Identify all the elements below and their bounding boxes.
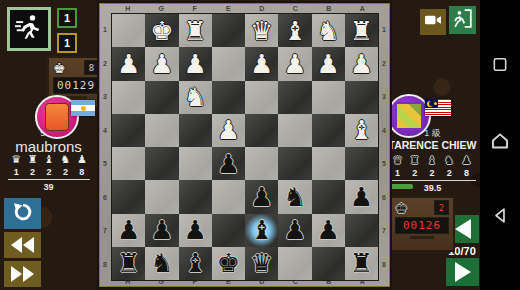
white-pawn-icon: ♟ — [74, 154, 90, 165]
square-d4[interactable] — [245, 114, 278, 147]
recents-button[interactable] — [492, 56, 509, 77]
square-d1[interactable]: ♛ — [245, 14, 278, 47]
square-d5[interactable] — [245, 147, 278, 180]
captured-count: 2 — [24, 167, 40, 177]
white-pawn[interactable]: ♟ — [183, 51, 206, 77]
exit-game-button[interactable] — [449, 6, 476, 34]
white-rook[interactable]: ♜ — [350, 18, 373, 44]
rewind-button[interactable] — [4, 232, 41, 258]
chess-app-screen: HGFEDCBA HGFEDCBA 12345678 12345678 ♚♜♛♝… — [0, 0, 520, 290]
white-pawn[interactable]: ♟ — [150, 51, 173, 77]
black-bishop[interactable]: ♝ — [250, 217, 273, 243]
captured-count: 2 — [441, 168, 458, 178]
divider — [388, 180, 476, 181]
white-pawn[interactable]: ♟ — [217, 117, 240, 143]
square-f6[interactable] — [179, 180, 212, 213]
black-knight[interactable]: ♞ — [150, 250, 173, 276]
white-knight[interactable]: ♞ — [183, 84, 206, 110]
square-a2[interactable]: ♟ — [345, 47, 378, 80]
square-h7[interactable]: ♟ — [112, 214, 145, 247]
square-b6[interactable] — [312, 180, 345, 213]
right-arrow-icon — [455, 262, 471, 282]
fast-forward-button[interactable] — [4, 261, 41, 287]
black-bishop[interactable]: ♝ — [183, 250, 206, 276]
white-knight-icon: ♞ — [57, 154, 73, 165]
black-pawn[interactable]: ♟ — [316, 217, 339, 243]
square-d2[interactable]: ♟ — [245, 47, 278, 80]
square-b4[interactable] — [312, 114, 345, 147]
square-d8[interactable]: ♛ — [245, 247, 278, 280]
avatar-figure — [45, 103, 69, 131]
square-e7[interactable] — [212, 214, 245, 247]
square-a1[interactable]: ♜ — [345, 14, 378, 47]
white-rook-icon: ♜ — [24, 154, 40, 165]
black-pawn[interactable]: ♟ — [283, 217, 306, 243]
black-king[interactable]: ♚ — [217, 250, 240, 276]
white-queen-icon: ♛ — [8, 154, 24, 165]
white-bishop[interactable]: ♝ — [283, 18, 306, 44]
square-e5[interactable]: ♟ — [212, 147, 245, 180]
avatar-pattern — [395, 102, 423, 130]
square-a7[interactable] — [345, 214, 378, 247]
square-h1[interactable] — [112, 14, 145, 47]
back-button[interactable] — [491, 206, 510, 229]
square-d6[interactable]: ♟ — [245, 180, 278, 213]
square-g4[interactable] — [145, 114, 178, 147]
white-knight[interactable]: ♞ — [316, 18, 339, 44]
square-f3[interactable]: ♞ — [179, 81, 212, 114]
white-pawn[interactable]: ♟ — [117, 51, 140, 77]
exit-door-icon — [452, 8, 473, 33]
left-captured-icons: ♛♜♝♞♟ — [8, 154, 90, 165]
square-f2[interactable]: ♟ — [179, 47, 212, 80]
black-bishop-icon: ♝ — [423, 155, 440, 166]
quick-game-button[interactable] — [7, 7, 51, 51]
square-h8[interactable]: ♜ — [112, 247, 145, 280]
double-left-arrow-icon — [11, 237, 22, 253]
rank-labels-left: 12345678 — [100, 13, 110, 281]
black-clock-time: 00126 — [395, 217, 449, 234]
square-f4[interactable] — [179, 114, 212, 147]
square-a8[interactable]: ♜ — [345, 247, 378, 280]
android-nav-bar — [480, 0, 520, 290]
captured-count: 1 — [8, 167, 24, 177]
captured-count: 2 — [406, 168, 423, 178]
home-button[interactable] — [490, 130, 511, 155]
clock-mini-display: 2 — [434, 200, 449, 215]
black-rook[interactable]: ♜ — [117, 250, 140, 276]
square-f7[interactable]: ♟ — [179, 214, 212, 247]
restart-button[interactable] — [4, 198, 41, 229]
malaysia-canton — [425, 99, 438, 108]
double-right-arrow-icon — [11, 266, 22, 282]
black-pawn[interactable]: ♟ — [150, 217, 173, 243]
square-h6[interactable] — [112, 180, 145, 213]
square-g6[interactable] — [145, 180, 178, 213]
clock-button — [410, 236, 435, 239]
wins-counter-yellow: 1 — [57, 33, 77, 53]
black-queen[interactable]: ♛ — [250, 250, 273, 276]
square-g8[interactable]: ♞ — [145, 247, 178, 280]
square-g7[interactable]: ♟ — [145, 214, 178, 247]
next-move-button[interactable] — [446, 258, 479, 286]
white-rook[interactable]: ♜ — [183, 18, 206, 44]
black-rook-icon: ♜ — [406, 155, 423, 166]
black-pawn-icon: ♟ — [458, 155, 475, 166]
square-g1[interactable]: ♚ — [145, 14, 178, 47]
captured-count: 2 — [41, 167, 57, 177]
board-border: HGFEDCBA HGFEDCBA 12345678 12345678 ♚♜♛♝… — [99, 3, 390, 287]
square-b5[interactable] — [312, 147, 345, 180]
square-g5[interactable] — [145, 147, 178, 180]
square-b2[interactable]: ♟ — [312, 47, 345, 80]
square-e3[interactable] — [212, 81, 245, 114]
black-king-icon: ♚ — [395, 201, 408, 215]
square-d7[interactable]: ♝ — [245, 214, 278, 247]
square-c6[interactable]: ♞ — [278, 180, 311, 213]
square-e2[interactable] — [212, 47, 245, 80]
white-pawn[interactable]: ♟ — [250, 51, 273, 77]
divider — [8, 179, 90, 180]
square-a5[interactable] — [345, 147, 378, 180]
square-e4[interactable]: ♟ — [212, 114, 245, 147]
white-queen[interactable]: ♛ — [250, 18, 273, 44]
white-clock-time: 00129 — [53, 77, 99, 94]
black-pawn[interactable]: ♟ — [350, 184, 373, 210]
square-b1[interactable]: ♞ — [312, 14, 345, 47]
black-knight[interactable]: ♞ — [283, 184, 306, 210]
rotate-icon — [12, 201, 34, 227]
square-e8[interactable]: ♚ — [212, 247, 245, 280]
captured-count: 8 — [74, 167, 90, 177]
argentina-flag — [71, 100, 95, 116]
square-g3[interactable] — [145, 81, 178, 114]
black-knight-icon: ♞ — [441, 155, 458, 166]
rank-labels-right: 12345678 — [379, 13, 389, 281]
square-a3[interactable] — [345, 81, 378, 114]
right-captured-counts: 12228 — [389, 168, 475, 178]
white-bishop[interactable]: ♝ — [350, 117, 373, 143]
runner-icon — [15, 13, 43, 45]
square-c3[interactable] — [278, 81, 311, 114]
right-captured-icons: ♛♜♝♞♟ — [389, 155, 475, 166]
square-c7[interactable]: ♟ — [278, 214, 311, 247]
sun-of-may — [81, 106, 86, 111]
square-h2[interactable]: ♟ — [112, 47, 145, 80]
square-f8[interactable]: ♝ — [179, 247, 212, 280]
right-player-name: TARENCE CHIEW — [383, 139, 482, 151]
square-a4[interactable]: ♝ — [345, 114, 378, 147]
square-d3[interactable] — [245, 81, 278, 114]
square-a6[interactable]: ♟ — [345, 180, 378, 213]
captured-count: 8 — [458, 168, 475, 178]
left-captured-counts: 12228 — [8, 167, 90, 177]
square-f1[interactable]: ♜ — [179, 14, 212, 47]
malaysia-flag — [425, 99, 451, 116]
captured-count: 2 — [57, 167, 73, 177]
square-b7[interactable]: ♟ — [312, 214, 345, 247]
left-material-score: 39 — [0, 182, 97, 192]
record-video-button[interactable] — [420, 9, 446, 35]
square-b3[interactable] — [312, 81, 345, 114]
square-e1[interactable] — [212, 14, 245, 47]
black-pawn[interactable]: ♟ — [117, 217, 140, 243]
square-c2[interactable]: ♟ — [278, 47, 311, 80]
square-c4[interactable] — [278, 114, 311, 147]
black-rook[interactable]: ♜ — [350, 250, 373, 276]
square-e6[interactable] — [212, 180, 245, 213]
white-pawn[interactable]: ♟ — [283, 51, 306, 77]
square-h3[interactable] — [112, 81, 145, 114]
square-b8[interactable] — [312, 247, 345, 280]
square-h5[interactable] — [112, 147, 145, 180]
white-king-icon: ♚ — [53, 61, 66, 75]
board-grid[interactable]: ♚♜♛♝♞♜♟♟♟♟♟♟♟♞♟♝♟♟♞♟♟♟♟♝♟♟♜♞♝♚♛♜ — [111, 13, 379, 281]
square-f5[interactable] — [179, 147, 212, 180]
square-c1[interactable]: ♝ — [278, 14, 311, 47]
left-arrow-icon — [455, 219, 471, 239]
black-pawn[interactable]: ♟ — [217, 151, 240, 177]
white-pawn[interactable]: ♟ — [350, 51, 373, 77]
chess-board[interactable]: HGFEDCBA HGFEDCBA 12345678 12345678 ♚♜♛♝… — [97, 1, 392, 289]
black-player-clock: ♚ 2 00126 — [389, 196, 455, 252]
white-bishop-icon: ♝ — [41, 154, 57, 165]
white-king[interactable]: ♚ — [150, 18, 173, 44]
right-material-score: 39.5 — [385, 183, 480, 193]
square-h4[interactable] — [112, 114, 145, 147]
white-pawn[interactable]: ♟ — [316, 51, 339, 77]
captured-count: 2 — [423, 168, 440, 178]
wins-counter-green: 1 — [57, 8, 77, 28]
black-pawn[interactable]: ♟ — [183, 217, 206, 243]
file-labels-top: HGFEDCBA — [111, 4, 379, 13]
square-c8[interactable] — [278, 247, 311, 280]
video-camera-icon — [423, 10, 443, 34]
square-g2[interactable]: ♟ — [145, 47, 178, 80]
black-pawn[interactable]: ♟ — [250, 184, 273, 210]
square-c5[interactable] — [278, 147, 311, 180]
